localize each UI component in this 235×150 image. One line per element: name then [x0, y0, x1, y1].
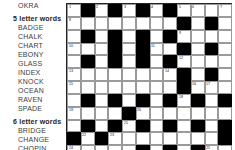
- grid-cell[interactable]: [163, 17, 177, 30]
- word-list-item: OKRA: [18, 2, 39, 10]
- grid-cell[interactable]: [108, 81, 122, 94]
- clue-number: 22: [82, 133, 86, 137]
- grid-cell[interactable]: 25: [205, 145, 219, 150]
- grid-cell[interactable]: [67, 55, 81, 68]
- word-list-item: RAVEN: [18, 96, 43, 104]
- clue-number: 21: [124, 121, 128, 125]
- clue-number: 6: [192, 5, 194, 9]
- grid-cell[interactable]: [191, 17, 205, 30]
- clue-number: 17: [206, 82, 210, 86]
- puzzle-grid: 1234567891011121314151617181920212223242…: [66, 3, 232, 150]
- word-list-item: INDEX: [18, 69, 40, 77]
- grid-cell[interactable]: 3: [122, 4, 136, 17]
- black-cell: [81, 30, 95, 43]
- black-cell: [163, 120, 177, 133]
- black-cell: [81, 94, 95, 107]
- black-cell: [177, 81, 191, 94]
- grid-cell[interactable]: 21: [122, 120, 136, 133]
- grid-cell[interactable]: [150, 120, 164, 133]
- grid-cell[interactable]: 20: [136, 107, 150, 120]
- grid-cell[interactable]: [177, 145, 191, 150]
- black-cell: [136, 120, 150, 133]
- grid-cell[interactable]: [177, 120, 191, 133]
- grid-cell[interactable]: 16: [191, 81, 205, 94]
- grid-cell[interactable]: [122, 132, 136, 145]
- grid-cell[interactable]: [81, 43, 95, 56]
- grid-cell[interactable]: [67, 30, 81, 43]
- black-cell: [177, 68, 191, 81]
- grid-cell[interactable]: [218, 145, 232, 150]
- clue-number: 2: [96, 5, 98, 9]
- black-cell: [163, 4, 177, 17]
- grid-cell[interactable]: [122, 145, 136, 150]
- grid-cell[interactable]: [163, 132, 177, 145]
- black-cell: [191, 145, 205, 150]
- grid-cell[interactable]: [150, 68, 164, 81]
- grid-cell[interactable]: 5: [177, 4, 191, 17]
- word-list-item: GLASS: [18, 60, 42, 68]
- grid-cell[interactable]: [205, 132, 219, 145]
- black-cell: [163, 55, 177, 68]
- grid-cell[interactable]: [95, 30, 109, 43]
- grid-cell[interactable]: [191, 30, 205, 43]
- grid-cell[interactable]: [95, 55, 109, 68]
- grid-cell[interactable]: [191, 43, 205, 56]
- grid-cell[interactable]: [163, 107, 177, 120]
- word-list-item: CHOPIN: [18, 145, 46, 150]
- black-cell: [218, 132, 232, 145]
- grid-cell[interactable]: [191, 132, 205, 145]
- grid-cell[interactable]: [150, 145, 164, 150]
- word-list-item: EBONY: [18, 51, 44, 59]
- clue-number: 10: [69, 44, 73, 48]
- black-cell: [218, 120, 232, 133]
- black-cell: [95, 132, 109, 145]
- grid-cell[interactable]: [205, 4, 219, 17]
- grid-cell[interactable]: [150, 94, 164, 107]
- clue-number: 19: [69, 108, 73, 112]
- grid-cell[interactable]: [150, 132, 164, 145]
- grid-cell[interactable]: 13: [67, 68, 81, 81]
- black-cell: [108, 94, 122, 107]
- grid-cell[interactable]: [191, 68, 205, 81]
- black-cell: [136, 30, 150, 43]
- word-list-item: OCEAN: [18, 87, 44, 95]
- grid-cell[interactable]: 1: [67, 4, 81, 17]
- grid-cell[interactable]: [205, 55, 219, 68]
- grid-cell[interactable]: [136, 132, 150, 145]
- clue-number: 16: [192, 82, 196, 86]
- black-cell: [136, 55, 150, 68]
- grid-cell[interactable]: [218, 43, 232, 56]
- grid-cell[interactable]: [95, 94, 109, 107]
- clue-number: 5: [179, 5, 181, 9]
- black-cell: [81, 120, 95, 133]
- grid-cell[interactable]: [218, 55, 232, 68]
- grid-cell[interactable]: [136, 81, 150, 94]
- grid-cell[interactable]: [81, 17, 95, 30]
- grid-cell[interactable]: [191, 107, 205, 120]
- word-list-item: BRIDGE: [18, 127, 46, 135]
- grid-cell[interactable]: [108, 107, 122, 120]
- word-list-item: CHANGE: [18, 136, 49, 144]
- clue-number: 23: [110, 133, 114, 137]
- black-cell: [122, 107, 136, 120]
- grid-cell[interactable]: 24: [67, 145, 81, 150]
- grid-cell[interactable]: 12: [177, 55, 191, 68]
- black-cell: [205, 43, 219, 56]
- word-list-header: 5 letter words: [13, 15, 61, 23]
- grid-cell[interactable]: [136, 17, 150, 30]
- black-cell: [67, 132, 81, 145]
- black-cell: [81, 55, 95, 68]
- grid-cell[interactable]: [95, 43, 109, 56]
- grid-cell[interactable]: [150, 30, 164, 43]
- black-cell: [177, 43, 191, 56]
- grid-cell[interactable]: [163, 43, 177, 56]
- grid-cell[interactable]: 11: [150, 43, 164, 56]
- grid-cell[interactable]: [205, 30, 219, 43]
- grid-cell[interactable]: [177, 107, 191, 120]
- grid-cell[interactable]: 2: [95, 4, 109, 17]
- grid-cell[interactable]: [81, 68, 95, 81]
- grid-cell[interactable]: [150, 81, 164, 94]
- grid-cell[interactable]: [81, 145, 95, 150]
- clue-number: 25: [206, 146, 210, 150]
- clue-number: 1: [69, 5, 71, 9]
- grid-cell[interactable]: [108, 17, 122, 30]
- black-cell: [136, 145, 150, 150]
- black-cell: [136, 4, 150, 17]
- grid-cell[interactable]: [67, 120, 81, 133]
- grid-cell[interactable]: [122, 55, 136, 68]
- clue-number: 3: [124, 5, 126, 9]
- grid-cell[interactable]: 19: [67, 107, 81, 120]
- black-cell: [205, 68, 219, 81]
- grid-cell[interactable]: [95, 81, 109, 94]
- word-list: OKRA5 letter wordsBADGECHALKCHARTEBONYGL…: [0, 0, 64, 150]
- grid-cell[interactable]: [108, 145, 122, 150]
- grid-cell[interactable]: [122, 30, 136, 43]
- black-cell: [177, 17, 191, 30]
- black-cell: [163, 94, 177, 107]
- grid-cell[interactable]: [191, 55, 205, 68]
- grid-cell[interactable]: 18: [177, 94, 191, 107]
- word-list-header: 6 letter words: [13, 118, 61, 126]
- clue-number: 24: [69, 146, 73, 150]
- grid-cell[interactable]: [67, 94, 81, 107]
- grid-cell[interactable]: 9: [177, 30, 191, 43]
- black-cell: [163, 30, 177, 43]
- grid-cell[interactable]: [218, 107, 232, 120]
- grid-cell[interactable]: [136, 68, 150, 81]
- clue-number: 18: [179, 95, 183, 99]
- grid-cell[interactable]: [122, 43, 136, 56]
- grid-cell[interactable]: [150, 107, 164, 120]
- black-cell: [108, 30, 122, 43]
- clue-number: 12: [179, 56, 183, 60]
- grid-cell[interactable]: [218, 30, 232, 43]
- clue-number: 8: [69, 18, 71, 22]
- black-cell: [136, 94, 150, 107]
- black-cell: [108, 120, 122, 133]
- word-list-item: KNOCK: [18, 78, 44, 86]
- black-cell: [205, 17, 219, 30]
- black-cell: [218, 94, 232, 107]
- grid-cell[interactable]: [108, 68, 122, 81]
- grid-cell[interactable]: [95, 107, 109, 120]
- clue-number: 7: [220, 5, 222, 9]
- word-list-item: CHALK: [18, 33, 42, 41]
- grid-cell[interactable]: 22: [81, 132, 95, 145]
- grid-cell[interactable]: [95, 145, 109, 150]
- grid-cell[interactable]: [150, 55, 164, 68]
- grid-cell[interactable]: [81, 107, 95, 120]
- clue-number: 13: [69, 69, 73, 73]
- grid-cell[interactable]: 7: [218, 4, 232, 17]
- clue-number: 9: [179, 31, 181, 35]
- grid-cell[interactable]: [122, 17, 136, 30]
- grid-cell[interactable]: [177, 132, 191, 145]
- clue-number: 11: [151, 44, 155, 48]
- grid-cell[interactable]: [150, 17, 164, 30]
- grid-cell[interactable]: [122, 94, 136, 107]
- grid-cell[interactable]: [218, 17, 232, 30]
- grid-cell[interactable]: 23: [108, 132, 122, 145]
- black-cell: [163, 145, 177, 150]
- grid-cell[interactable]: [205, 107, 219, 120]
- grid-cell[interactable]: 4: [150, 4, 164, 17]
- grid-cell[interactable]: 6: [191, 4, 205, 17]
- grid-cell[interactable]: [218, 81, 232, 94]
- black-cell: [108, 55, 122, 68]
- grid-cell[interactable]: 8: [67, 17, 81, 30]
- black-cell: [191, 94, 205, 107]
- clue-number: 4: [151, 5, 153, 9]
- word-list-item: SPADE: [18, 105, 42, 113]
- grid-cell[interactable]: [218, 68, 232, 81]
- black-cell: [108, 4, 122, 17]
- clue-number: 15: [69, 82, 73, 86]
- black-cell: [108, 43, 122, 56]
- grid-cell[interactable]: [95, 120, 109, 133]
- grid-cell[interactable]: [205, 120, 219, 133]
- grid-cell[interactable]: 14: [163, 68, 177, 81]
- black-cell: [191, 120, 205, 133]
- grid-cell[interactable]: [95, 17, 109, 30]
- grid-cell[interactable]: [163, 81, 177, 94]
- grid-cell[interactable]: [81, 81, 95, 94]
- grid-cell[interactable]: [205, 94, 219, 107]
- grid-cell[interactable]: 17: [205, 81, 219, 94]
- grid-cell[interactable]: [122, 81, 136, 94]
- grid-cell[interactable]: [122, 68, 136, 81]
- puzzle-grid-container: 1234567891011121314151617181920212223242…: [66, 3, 232, 150]
- clue-number: 14: [165, 69, 169, 73]
- word-list-item: BADGE: [18, 24, 44, 32]
- grid-cell[interactable]: 15: [67, 81, 81, 94]
- black-cell: [81, 4, 95, 17]
- grid-cell[interactable]: [95, 68, 109, 81]
- grid-cell[interactable]: 10: [67, 43, 81, 56]
- clue-number: 20: [137, 108, 141, 112]
- black-cell: [136, 43, 150, 56]
- word-list-item: CHART: [18, 42, 43, 50]
